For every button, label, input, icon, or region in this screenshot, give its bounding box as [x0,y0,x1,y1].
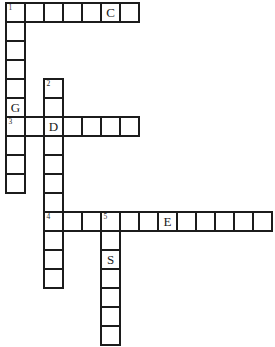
crossword-board: 1C2G3D45ES [0,0,275,347]
cell-r1c0[interactable] [5,21,26,42]
cell-r7c2[interactable] [43,135,64,156]
clue-number: 1 [9,3,13,12]
cell-letter: E [159,213,176,230]
cell-r12c5[interactable] [100,230,121,251]
cell-r0c5[interactable]: C [100,2,121,23]
clue-number: 3 [9,117,13,126]
cell-r6c4[interactable] [81,116,102,137]
cell-r15c5[interactable] [100,287,121,308]
cell-r13c5[interactable]: S [100,249,121,270]
cell-r0c1[interactable] [24,2,45,23]
cell-r4c0[interactable] [5,78,26,99]
cell-letter: C [102,4,119,21]
clue-number: 2 [47,79,51,88]
cell-r6c2[interactable]: D [43,116,64,137]
cell-r16c5[interactable] [100,306,121,327]
cell-r17c5[interactable] [100,325,121,346]
cell-r0c2[interactable] [43,2,64,23]
cell-r10c2[interactable] [43,192,64,213]
cell-r0c3[interactable] [62,2,83,23]
cell-r11c7[interactable] [138,211,159,232]
cell-r6c1[interactable] [24,116,45,137]
cell-r12c2[interactable] [43,230,64,251]
cell-r11c2[interactable]: 4 [43,211,64,232]
cell-r9c0[interactable] [5,173,26,194]
cell-letter: D [45,118,62,135]
cell-r5c0[interactable]: G [5,97,26,118]
cell-r7c0[interactable] [5,135,26,156]
cell-r6c6[interactable] [119,116,140,137]
cell-r14c5[interactable] [100,268,121,289]
cell-r11c8[interactable]: E [157,211,178,232]
cell-r11c13[interactable] [252,211,273,232]
cell-r0c6[interactable] [119,2,140,23]
cell-r11c10[interactable] [195,211,216,232]
cell-r11c5[interactable]: 5 [100,211,121,232]
cell-r6c0[interactable]: 3 [5,116,26,137]
cell-letter: G [7,99,24,116]
cell-r0c0[interactable]: 1 [5,2,26,23]
cell-r2c0[interactable] [5,40,26,61]
cell-r6c5[interactable] [100,116,121,137]
cell-r8c2[interactable] [43,154,64,175]
cell-r0c4[interactable] [81,2,102,23]
cell-r11c3[interactable] [62,211,83,232]
cell-r9c2[interactable] [43,173,64,194]
cell-r4c2[interactable]: 2 [43,78,64,99]
cell-r11c12[interactable] [233,211,254,232]
crossword-page: 1C2G3D45ES [0,0,275,347]
clue-number: 5 [104,212,108,221]
clue-number: 4 [47,212,51,221]
cell-r11c9[interactable] [176,211,197,232]
cell-r11c4[interactable] [81,211,102,232]
cell-r8c0[interactable] [5,154,26,175]
cell-r13c2[interactable] [43,249,64,270]
cell-letter: S [102,251,119,268]
cell-r14c2[interactable] [43,268,64,289]
cell-r11c11[interactable] [214,211,235,232]
cell-r5c2[interactable] [43,97,64,118]
cell-r3c0[interactable] [5,59,26,80]
cell-r6c3[interactable] [62,116,83,137]
cell-r11c6[interactable] [119,211,140,232]
